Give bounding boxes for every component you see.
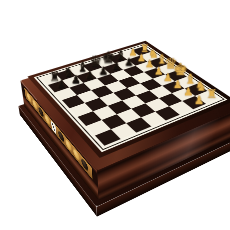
checker-dark <box>81 157 88 173</box>
chess-set-photo: ♜♞♝♛♚♝♟♜♟♟♟♟♟♟♟♞♟♝♟♛♟♚♟♝♟♞♟♜ <box>0 0 230 230</box>
chess-set-box: ♜♞♝♛♚♝♟♜♟♟♟♟♟♟♟♞♟♝♟♛♟♚♟♝♟♞♟♜ <box>27 41 230 158</box>
